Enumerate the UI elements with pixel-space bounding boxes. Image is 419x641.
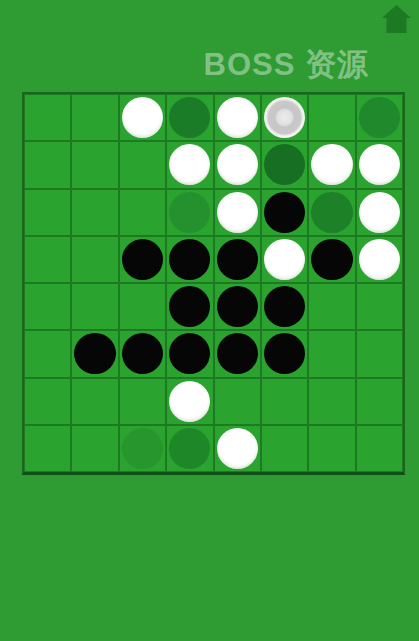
board-cell-r4c7[interactable] [309,237,354,282]
board-cell-r6c7[interactable] [309,331,354,376]
game-screen: { "game": "othello-reversi", "app": { "w… [0,0,419,641]
board-cell-r7c4[interactable] [167,379,212,424]
board-cell-r1c5[interactable] [215,95,260,140]
black-disc [217,239,258,280]
board-cell-r7c7[interactable] [309,379,354,424]
board-cell-r1c4[interactable] [167,95,212,140]
black-disc [122,239,163,280]
board-cell-r8c3[interactable] [120,426,165,471]
board-cell-r5c3[interactable] [120,284,165,329]
white-disc [264,239,305,280]
white-disc [122,97,163,138]
flipping-disc [264,144,305,185]
black-disc [169,333,210,374]
board-cell-r2c6[interactable] [262,142,307,187]
white-disc [217,192,258,233]
white-disc [217,97,258,138]
board-cell-r3c2[interactable] [72,190,117,235]
flipping-disc [169,97,210,138]
black-disc [264,333,305,374]
board-cell-r3c1[interactable] [25,190,70,235]
white-disc [169,144,210,185]
board-cell-r6c6[interactable] [262,331,307,376]
board-cell-r8c5[interactable] [215,426,260,471]
board-cell-r8c6[interactable] [262,426,307,471]
board-cell-r4c2[interactable] [72,237,117,282]
board-cell-r1c8[interactable] [357,95,402,140]
board-cell-r1c2[interactable] [72,95,117,140]
board-cell-r7c2[interactable] [72,379,117,424]
board-cell-r1c6[interactable] [262,95,307,140]
board-cell-r5c2[interactable] [72,284,117,329]
last-move-white-disc [264,97,305,138]
board-cell-r7c6[interactable] [262,379,307,424]
board-cell-r6c4[interactable] [167,331,212,376]
black-disc [74,333,115,374]
white-disc [217,428,258,469]
board-cell-r4c5[interactable] [215,237,260,282]
white-disc [359,144,400,185]
black-disc [122,333,163,374]
board-cell-r5c6[interactable] [262,284,307,329]
black-disc [264,192,305,233]
board-cell-r5c5[interactable] [215,284,260,329]
flipping-disc [169,428,210,469]
flipping-disc [122,428,163,469]
board-cell-r2c7[interactable] [309,142,354,187]
flipping-disc [169,192,210,233]
board-cell-r1c1[interactable] [25,95,70,140]
board-cell-r2c2[interactable] [72,142,117,187]
board-cell-r6c8[interactable] [357,331,402,376]
board-cell-r3c4[interactable] [167,190,212,235]
board-cell-r2c4[interactable] [167,142,212,187]
black-disc [217,286,258,327]
black-disc [264,286,305,327]
board-cell-r8c4[interactable] [167,426,212,471]
board-cell-r7c3[interactable] [120,379,165,424]
board-cell-r6c3[interactable] [120,331,165,376]
board-cell-r4c6[interactable] [262,237,307,282]
board-cell-r4c8[interactable] [357,237,402,282]
board-cell-r5c1[interactable] [25,284,70,329]
board-cell-r8c2[interactable] [72,426,117,471]
board-cell-r2c3[interactable] [120,142,165,187]
board-cell-r8c7[interactable] [309,426,354,471]
flipping-disc [311,192,352,233]
board-cell-r3c8[interactable] [357,190,402,235]
white-disc [359,239,400,280]
board-cell-r3c6[interactable] [262,190,307,235]
board-cell-r1c7[interactable] [309,95,354,140]
home-icon [381,4,412,34]
white-disc [311,144,352,185]
othello-board [22,92,405,475]
board-cell-r2c8[interactable] [357,142,402,187]
black-disc [169,286,210,327]
board-cell-r2c5[interactable] [215,142,260,187]
board-cell-r2c1[interactable] [25,142,70,187]
board-cell-r7c8[interactable] [357,379,402,424]
watermark-text: BOSS 资源 [204,44,369,86]
board-cell-r6c1[interactable] [25,331,70,376]
black-disc [217,333,258,374]
home-button[interactable] [381,4,412,34]
black-disc [311,239,352,280]
white-disc [169,381,210,422]
board-cell-r5c7[interactable] [309,284,354,329]
board-cell-r6c5[interactable] [215,331,260,376]
board-cell-r3c7[interactable] [309,190,354,235]
board-cell-r1c3[interactable] [120,95,165,140]
black-disc [169,239,210,280]
board-cell-r7c1[interactable] [25,379,70,424]
flipping-disc [359,97,400,138]
board-cell-r7c5[interactable] [215,379,260,424]
board-cell-r5c4[interactable] [167,284,212,329]
white-disc [359,192,400,233]
board-cell-r3c5[interactable] [215,190,260,235]
white-disc [217,144,258,185]
board-cell-r8c8[interactable] [357,426,402,471]
board-cell-r4c3[interactable] [120,237,165,282]
board-cell-r4c4[interactable] [167,237,212,282]
board-cell-r6c2[interactable] [72,331,117,376]
board-cell-r3c3[interactable] [120,190,165,235]
board-cell-r8c1[interactable] [25,426,70,471]
board-cell-r4c1[interactable] [25,237,70,282]
board-cell-r5c8[interactable] [357,284,402,329]
